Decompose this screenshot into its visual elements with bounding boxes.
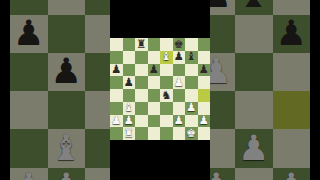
square-e8: [160, 38, 173, 51]
square-h7: [198, 51, 211, 64]
black-knight-e4: ♞: [161, 90, 171, 102]
square-a2: ♟: [110, 115, 123, 128]
square-e1: [160, 127, 173, 140]
square-g1: ♚: [185, 127, 198, 140]
black-pawn-h6: ♟: [199, 64, 209, 76]
square-c4: [135, 89, 148, 102]
square-b3: ♝: [123, 102, 136, 115]
square-a1: [110, 127, 123, 140]
square-a8: [110, 38, 123, 51]
square-g3: ♟: [185, 102, 198, 115]
square-h6: ♟: [198, 64, 211, 77]
black-pawn-f7: ♟: [174, 51, 184, 63]
square-f6: [173, 64, 186, 77]
square-g2: [185, 115, 198, 128]
square-d6: ♟: [148, 64, 161, 77]
black-pawn-b5: ♟: [124, 77, 134, 89]
square-c5: [135, 76, 148, 89]
square-h4: [198, 89, 211, 102]
video-center-strip[interactable]: ♜♚♝♟♝♟♟♟♟♟♞♝♟♟♟♟♟♜♚: [110, 0, 210, 180]
square-d5: [148, 76, 161, 89]
square-f2: ♟: [173, 115, 186, 128]
square-d2: [148, 115, 161, 128]
square-f7: ♟: [173, 51, 186, 64]
white-pawn-g3: ♟: [186, 102, 196, 114]
square-c2: [135, 115, 148, 128]
white-pawn-a2: ♟: [111, 115, 121, 127]
square-e2: [160, 115, 173, 128]
square-c3: [135, 102, 148, 115]
white-pawn-b2: ♟: [124, 115, 134, 127]
square-h2: ♟: [198, 115, 211, 128]
square-f5: ♟: [173, 76, 186, 89]
square-h5: [198, 76, 211, 89]
square-e6: [160, 64, 173, 77]
square-c6: [135, 64, 148, 77]
square-f4: [173, 89, 186, 102]
white-bishop-e7: ♝: [161, 51, 171, 63]
black-rook-c8: ♜: [136, 39, 146, 51]
square-d8: [148, 38, 161, 51]
black-pawn-d6: ♟: [149, 64, 159, 76]
square-e3: [160, 102, 173, 115]
square-a3: [110, 102, 123, 115]
square-e4: ♞: [160, 89, 173, 102]
square-c8: ♜: [135, 38, 148, 51]
white-rook-b1: ♜: [124, 128, 134, 140]
square-f1: [173, 127, 186, 140]
square-b8: [123, 38, 136, 51]
square-b5: ♟: [123, 76, 136, 89]
square-f3: [173, 102, 186, 115]
shorts-video-frame: ♜♚♝♟♝♟♟♟♟♟♞♝♟♟♟♟♟♜♚ ♜♚♝♟♝♟♟♟♟♟♞♝♟♟♟♟♟♜♚: [0, 0, 320, 180]
square-c1: [135, 127, 148, 140]
square-g7: ♝: [185, 51, 198, 64]
square-h8: [198, 38, 211, 51]
white-bishop-b3: ♝: [124, 102, 134, 114]
black-pawn-a6: ♟: [111, 64, 121, 76]
square-a6: ♟: [110, 64, 123, 77]
square-g5: [185, 76, 198, 89]
square-d3: [148, 102, 161, 115]
black-bishop-g7: ♝: [186, 51, 196, 63]
square-g8: [185, 38, 198, 51]
square-g4: [185, 89, 198, 102]
square-d7: [148, 51, 161, 64]
square-b2: ♟: [123, 115, 136, 128]
square-a5: [110, 76, 123, 89]
square-b6: [123, 64, 136, 77]
white-king-g1: ♚: [186, 128, 196, 140]
square-g6: [185, 64, 198, 77]
black-king-f8: ♚: [174, 39, 184, 51]
square-b1: ♜: [123, 127, 136, 140]
square-c7: [135, 51, 148, 64]
square-h3: [198, 102, 211, 115]
white-pawn-f5: ♟: [174, 77, 184, 89]
square-e7: ♝: [160, 51, 173, 64]
square-a4: [110, 89, 123, 102]
square-f8: ♚: [173, 38, 186, 51]
square-b7: [123, 51, 136, 64]
square-a7: [110, 51, 123, 64]
square-d1: [148, 127, 161, 140]
square-b4: [123, 89, 136, 102]
white-pawn-f2: ♟: [174, 115, 184, 127]
square-e5: [160, 76, 173, 89]
square-h1: [198, 127, 211, 140]
white-pawn-h2: ♟: [199, 115, 209, 127]
chess-board: ♜♚♝♟♝♟♟♟♟♟♞♝♟♟♟♟♟♜♚: [110, 38, 210, 140]
square-d4: [148, 89, 161, 102]
